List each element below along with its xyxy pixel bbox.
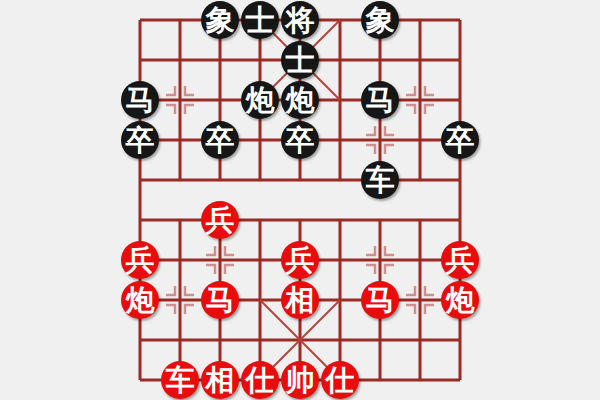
red-general[interactable]: 帅 — [281, 361, 319, 399]
black-pawn[interactable]: 卒 — [121, 121, 159, 159]
red-elephant[interactable]: 相 — [281, 281, 319, 319]
black-pawn[interactable]: 卒 — [281, 121, 319, 159]
black-advisor[interactable]: 士 — [241, 1, 279, 39]
black-horse[interactable]: 马 — [121, 81, 159, 119]
black-cannon[interactable]: 炮 — [241, 81, 279, 119]
red-chariot[interactable]: 车 — [161, 361, 199, 399]
black-pawn[interactable]: 卒 — [201, 121, 239, 159]
xiangqi-board-screen: 象士将象士马炮炮马卒卒卒卒车兵兵兵兵炮马相马炮车相仕帅仕 — [0, 0, 600, 400]
red-elephant[interactable]: 相 — [201, 361, 239, 399]
red-advisor[interactable]: 仕 — [321, 361, 359, 399]
red-pawn[interactable]: 兵 — [121, 241, 159, 279]
red-cannon[interactable]: 炮 — [121, 281, 159, 319]
xiangqi-pieces-layer: 象士将象士马炮炮马卒卒卒卒车兵兵兵兵炮马相马炮车相仕帅仕 — [120, 0, 480, 400]
red-pawn[interactable]: 兵 — [441, 241, 479, 279]
black-cannon[interactable]: 炮 — [281, 81, 319, 119]
red-cannon[interactable]: 炮 — [441, 281, 479, 319]
red-horse[interactable]: 马 — [361, 281, 399, 319]
black-elephant[interactable]: 象 — [201, 1, 239, 39]
black-pawn[interactable]: 卒 — [441, 121, 479, 159]
black-general[interactable]: 将 — [281, 1, 319, 39]
red-horse[interactable]: 马 — [201, 281, 239, 319]
red-pawn[interactable]: 兵 — [281, 241, 319, 279]
red-advisor[interactable]: 仕 — [241, 361, 279, 399]
red-pawn[interactable]: 兵 — [201, 201, 239, 239]
black-elephant[interactable]: 象 — [361, 1, 399, 39]
black-chariot[interactable]: 车 — [361, 161, 399, 199]
black-horse[interactable]: 马 — [361, 81, 399, 119]
black-advisor[interactable]: 士 — [281, 41, 319, 79]
